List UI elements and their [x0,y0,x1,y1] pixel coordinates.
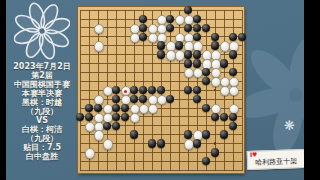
black-stone [229,33,237,41]
last-move-marker [124,90,127,93]
black-stone [193,50,201,58]
black-stone [85,104,93,112]
black-stone [184,24,192,32]
black-stone [157,86,165,94]
black-stone [193,24,201,32]
black-stone [103,122,111,130]
white-stone [130,113,140,123]
black-stone [184,86,192,94]
black-stone [166,95,174,103]
white-stone [148,104,158,114]
black-stone [112,95,120,103]
black-stone [130,95,138,103]
info-line: 本赛半决赛 [6,89,82,98]
black-stone [211,148,219,156]
star-point [214,142,216,144]
grid-line [80,161,243,162]
info-line: 贴目：7.5 [6,143,82,152]
black-stone [148,86,156,94]
black-stone [157,139,165,147]
black-stone [139,33,147,41]
letterbox-right [304,0,320,180]
go-board [78,7,244,173]
black-stone [121,104,129,112]
black-stone [211,41,219,49]
black-stone [112,86,120,94]
black-stone [202,130,210,138]
white-stone [94,130,104,140]
black-stone [193,15,201,23]
black-stone [76,113,84,121]
white-stone [85,148,95,158]
black-stone [193,86,201,94]
letterbox-left [0,0,6,180]
info-line: VS [6,116,82,125]
black-stone [166,15,174,23]
black-stone [193,95,201,103]
channel-watermark: I♥ 哈利路亚十架 [247,149,304,170]
decor-strip: ❋ I♥ 哈利路亚十架 [244,0,304,180]
black-stone [157,50,165,58]
black-stone [184,6,192,14]
grid-line [80,10,81,171]
black-stone [157,41,165,49]
watermark-text: 哈利路亚十架 [249,157,303,167]
star-point [214,89,216,91]
black-stone [184,50,192,58]
black-stone [94,104,102,112]
grid-line [89,10,90,171]
info-line: 黑棋：时越 [6,98,82,107]
black-stone [166,24,174,32]
black-stone [193,139,201,147]
black-stone [229,113,237,121]
info-line: 白中盘胜 [6,152,82,161]
black-stone [202,68,210,76]
black-stone [148,139,156,147]
black-stone [130,86,138,94]
watermark-flower-icon [246,40,304,150]
black-stone [193,33,201,41]
black-stone [139,86,147,94]
game-info-panel: 2023年7月2日第2届中国围棋国手赛本赛半决赛黑棋：时越（九段）VS白棋：柯洁… [6,0,78,180]
black-stone [184,130,192,138]
black-stone [202,104,210,112]
black-stone [139,24,147,32]
black-stone [220,113,228,121]
black-stone [112,104,120,112]
black-stone [121,113,129,121]
info-line: 第2届 [6,71,82,80]
white-stone [103,139,113,149]
black-stone [175,41,183,49]
grid-line [206,10,207,171]
black-stone [229,122,237,130]
black-stone [211,33,219,41]
info-line: （九段） [6,134,82,143]
heart-icon: I♥ [250,152,258,158]
flower-logo-icon [14,2,70,60]
black-stone [211,113,219,121]
black-stone [85,113,93,121]
frame-content: 2023年7月2日第2届中国围棋国手赛本赛半决赛黑棋：时越（九段）VS白棋：柯洁… [6,0,304,180]
black-stone [229,68,237,76]
grid-line [80,170,243,171]
black-stone [220,130,228,138]
white-stone [94,24,104,34]
black-stone [202,157,210,165]
black-stone [112,122,120,130]
black-stone [202,24,210,32]
white-stone [94,41,104,51]
black-stone [130,130,138,138]
star-point [106,36,108,38]
black-stone [193,59,201,67]
info-line: 白棋：柯洁 [6,125,82,134]
grid-line [98,10,99,171]
black-stone [184,59,192,67]
game-info-lines: 2023年7月2日第2届中国围棋国手赛本赛半决赛黑棋：时越（九段）VS白棋：柯洁… [6,62,82,161]
black-stone [139,95,147,103]
video-frame[interactable]: 2023年7月2日第2届中国围棋国手赛本赛半决赛黑棋：时越（九段）VS白棋：柯洁… [0,0,320,180]
sparkle-flower-icon: ❋ [284,118,295,133]
info-line: 2023年7月2日 [6,62,82,71]
black-stone [220,59,228,67]
white-stone [229,86,239,96]
black-stone [112,113,120,121]
black-stone [229,50,237,58]
black-stone [139,15,147,23]
grid-line [170,10,171,171]
info-line: 中国围棋国手赛 [6,80,82,89]
info-line: （九段） [6,107,82,116]
black-stone [202,77,210,85]
